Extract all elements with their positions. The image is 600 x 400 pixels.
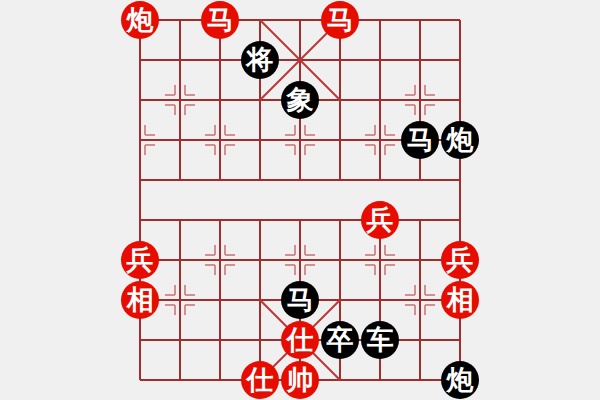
black-cannon[interactable]: 炮 [441, 361, 479, 399]
red-soldier[interactable]: 兵 [361, 201, 399, 239]
xiangqi-board: 炮马马将象马炮兵兵兵相马相仕卒车仕帅炮 [0, 0, 600, 400]
black-horse[interactable]: 马 [401, 121, 439, 159]
red-elephant[interactable]: 相 [441, 281, 479, 319]
red-advisor[interactable]: 仕 [281, 321, 319, 359]
red-elephant[interactable]: 相 [121, 281, 159, 319]
red-horse[interactable]: 马 [321, 1, 359, 39]
red-horse[interactable]: 马 [201, 1, 239, 39]
red-general[interactable]: 帅 [281, 361, 319, 399]
black-chariot[interactable]: 车 [361, 321, 399, 359]
black-horse[interactable]: 马 [281, 281, 319, 319]
red-soldier[interactable]: 兵 [441, 241, 479, 279]
red-soldier[interactable]: 兵 [121, 241, 159, 279]
black-elephant[interactable]: 象 [281, 81, 319, 119]
black-soldier[interactable]: 卒 [321, 321, 359, 359]
black-general[interactable]: 将 [241, 41, 279, 79]
red-advisor[interactable]: 仕 [241, 361, 279, 399]
black-cannon[interactable]: 炮 [441, 121, 479, 159]
red-cannon[interactable]: 炮 [121, 1, 159, 39]
